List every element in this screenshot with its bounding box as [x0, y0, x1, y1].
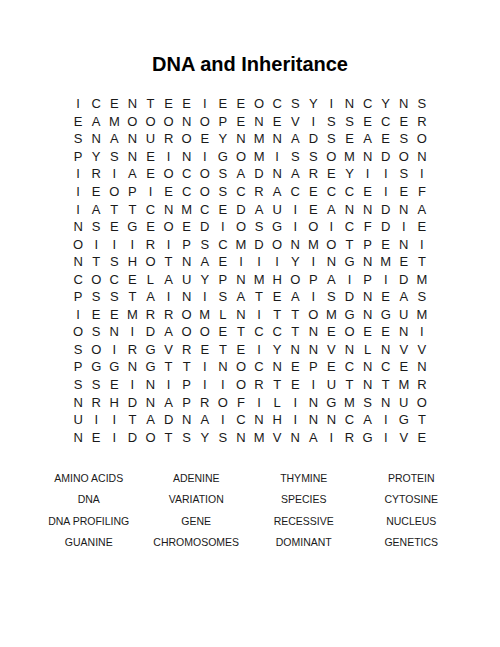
grid-cell-r7c6[interactable]: N	[160, 200, 178, 218]
grid-cell-r9c13[interactable]: N	[286, 235, 304, 253]
grid-cell-r20c16[interactable]: R	[340, 428, 358, 446]
grid-cell-r2c7[interactable]: N	[178, 113, 196, 131]
grid-cell-r20c17[interactable]: G	[359, 428, 377, 446]
grid-cell-r20c14[interactable]: A	[304, 428, 322, 446]
grid-cell-r9c18[interactable]: E	[377, 235, 395, 253]
grid-cell-r4c4[interactable]: N	[123, 148, 141, 166]
grid-cell-r10c16[interactable]: G	[340, 253, 358, 271]
grid-cell-r13c14[interactable]: O	[304, 306, 322, 324]
grid-cell-r14c5[interactable]: D	[141, 323, 159, 341]
grid-cell-r1c7[interactable]: E	[178, 95, 196, 113]
grid-cell-r16c15[interactable]: E	[322, 358, 340, 376]
grid-cell-r16c19[interactable]: E	[395, 358, 413, 376]
grid-cell-r5c11[interactable]: D	[250, 165, 268, 183]
grid-cell-r16c3[interactable]: G	[105, 358, 123, 376]
grid-cell-r20c4[interactable]: D	[123, 428, 141, 446]
grid-cell-r17c5[interactable]: N	[141, 376, 159, 394]
grid-cell-r8c8[interactable]: D	[196, 218, 214, 236]
grid-cell-r16c12[interactable]: N	[268, 358, 286, 376]
grid-cell-r17c15[interactable]: U	[322, 376, 340, 394]
grid-cell-r12c1[interactable]: P	[69, 288, 87, 306]
grid-cell-r3c5[interactable]: U	[141, 130, 159, 148]
grid-cell-r19c18[interactable]: I	[377, 411, 395, 429]
grid-cell-r7c8[interactable]: C	[196, 200, 214, 218]
grid-cell-r13c2[interactable]: E	[87, 306, 105, 324]
grid-cell-r7c10[interactable]: D	[232, 200, 250, 218]
grid-cell-r12c2[interactable]: S	[87, 288, 105, 306]
grid-cell-r13c13[interactable]: T	[286, 306, 304, 324]
grid-cell-r11c8[interactable]: Y	[196, 270, 214, 288]
grid-cell-r2c8[interactable]: O	[196, 113, 214, 131]
grid-cell-r13c19[interactable]: U	[395, 306, 413, 324]
grid-cell-r3c4[interactable]: N	[123, 130, 141, 148]
grid-cell-r14c19[interactable]: N	[395, 323, 413, 341]
grid-cell-r15c19[interactable]: V	[395, 341, 413, 359]
grid-cell-r6c17[interactable]: E	[359, 183, 377, 201]
grid-cell-r7c9[interactable]: E	[214, 200, 232, 218]
grid-cell-r1c3[interactable]: E	[105, 95, 123, 113]
grid-cell-r17c7[interactable]: P	[178, 376, 196, 394]
grid-cell-r2c20[interactable]: R	[413, 113, 431, 131]
grid-cell-r16c11[interactable]: C	[250, 358, 268, 376]
grid-cell-r18c17[interactable]: S	[359, 393, 377, 411]
grid-cell-r15c16[interactable]: N	[340, 341, 358, 359]
grid-cell-r14c12[interactable]: C	[268, 323, 286, 341]
grid-cell-r2c1[interactable]: E	[69, 113, 87, 131]
grid-cell-r3c19[interactable]: S	[395, 130, 413, 148]
grid-cell-r4c14[interactable]: S	[304, 148, 322, 166]
grid-cell-r18c10[interactable]: F	[232, 393, 250, 411]
grid-cell-r9c9[interactable]: C	[214, 235, 232, 253]
grid-cell-r7c18[interactable]: D	[377, 200, 395, 218]
grid-cell-r20c6[interactable]: T	[160, 428, 178, 446]
grid-cell-r17c3[interactable]: E	[105, 376, 123, 394]
grid-cell-r9c7[interactable]: P	[178, 235, 196, 253]
grid-cell-r13c15[interactable]: M	[322, 306, 340, 324]
grid-cell-r20c10[interactable]: N	[232, 428, 250, 446]
grid-cell-r9c6[interactable]: I	[160, 235, 178, 253]
grid-cell-r18c14[interactable]: N	[304, 393, 322, 411]
grid-cell-r11c14[interactable]: P	[304, 270, 322, 288]
grid-cell-r7c11[interactable]: A	[250, 200, 268, 218]
grid-cell-r10c15[interactable]: N	[322, 253, 340, 271]
grid-cell-r14c18[interactable]: E	[377, 323, 395, 341]
grid-cell-r16c20[interactable]: N	[413, 358, 431, 376]
grid-cell-r14c20[interactable]: I	[413, 323, 431, 341]
grid-cell-r7c12[interactable]: U	[268, 200, 286, 218]
grid-cell-r6c3[interactable]: O	[105, 183, 123, 201]
grid-cell-r3c14[interactable]: D	[304, 130, 322, 148]
grid-cell-r18c7[interactable]: P	[178, 393, 196, 411]
grid-cell-r12c7[interactable]: N	[178, 288, 196, 306]
grid-cell-r15c1[interactable]: S	[69, 341, 87, 359]
grid-cell-r4c17[interactable]: N	[359, 148, 377, 166]
grid-cell-r6c6[interactable]: E	[160, 183, 178, 201]
grid-cell-r11c17[interactable]: P	[359, 270, 377, 288]
grid-cell-r2c19[interactable]: E	[395, 113, 413, 131]
grid-cell-r7c2[interactable]: A	[87, 200, 105, 218]
grid-cell-r14c4[interactable]: I	[123, 323, 141, 341]
grid-cell-r18c4[interactable]: D	[123, 393, 141, 411]
grid-cell-r4c11[interactable]: M	[250, 148, 268, 166]
grid-cell-r12c16[interactable]: D	[340, 288, 358, 306]
grid-cell-r14c8[interactable]: O	[196, 323, 214, 341]
grid-cell-r7c15[interactable]: A	[322, 200, 340, 218]
grid-cell-r13c17[interactable]: N	[359, 306, 377, 324]
grid-cell-r19c10[interactable]: C	[232, 411, 250, 429]
grid-cell-r8c5[interactable]: E	[141, 218, 159, 236]
grid-cell-r16c8[interactable]: I	[196, 358, 214, 376]
grid-cell-r10c13[interactable]: Y	[286, 253, 304, 271]
grid-cell-r5c1[interactable]: I	[69, 165, 87, 183]
grid-cell-r9c1[interactable]: O	[69, 235, 87, 253]
grid-cell-r5c6[interactable]: O	[160, 165, 178, 183]
grid-cell-r17c19[interactable]: M	[395, 376, 413, 394]
grid-cell-r14c1[interactable]: O	[69, 323, 87, 341]
grid-cell-r18c12[interactable]: L	[268, 393, 286, 411]
grid-cell-r2c4[interactable]: O	[123, 113, 141, 131]
grid-cell-r1c17[interactable]: C	[359, 95, 377, 113]
grid-cell-r1c16[interactable]: N	[340, 95, 358, 113]
grid-cell-r11c12[interactable]: H	[268, 270, 286, 288]
grid-cell-r6c15[interactable]: C	[322, 183, 340, 201]
grid-cell-r9c19[interactable]: N	[395, 235, 413, 253]
grid-cell-r18c16[interactable]: M	[340, 393, 358, 411]
grid-cell-r10c5[interactable]: O	[141, 253, 159, 271]
grid-cell-r14c3[interactable]: N	[105, 323, 123, 341]
grid-cell-r6c14[interactable]: E	[304, 183, 322, 201]
grid-cell-r15c3[interactable]: I	[105, 341, 123, 359]
grid-cell-r4c8[interactable]: I	[196, 148, 214, 166]
grid-cell-r12c18[interactable]: E	[377, 288, 395, 306]
grid-cell-r4c13[interactable]: S	[286, 148, 304, 166]
grid-cell-r1c20[interactable]: S	[413, 95, 431, 113]
grid-cell-r19c14[interactable]: N	[304, 411, 322, 429]
grid-cell-r9c17[interactable]: P	[359, 235, 377, 253]
grid-cell-r13c6[interactable]: R	[160, 306, 178, 324]
grid-cell-r8c7[interactable]: E	[178, 218, 196, 236]
grid-cell-r19c9[interactable]: I	[214, 411, 232, 429]
grid-cell-r6c20[interactable]: F	[413, 183, 431, 201]
grid-cell-r19c12[interactable]: H	[268, 411, 286, 429]
grid-cell-r14c15[interactable]: E	[322, 323, 340, 341]
grid-cell-r11c4[interactable]: E	[123, 270, 141, 288]
grid-cell-r10c8[interactable]: A	[196, 253, 214, 271]
grid-cell-r12c9[interactable]: S	[214, 288, 232, 306]
grid-cell-r19c5[interactable]: A	[141, 411, 159, 429]
grid-cell-r8c3[interactable]: E	[105, 218, 123, 236]
grid-cell-r3c3[interactable]: A	[105, 130, 123, 148]
grid-cell-r10c11[interactable]: I	[250, 253, 268, 271]
grid-cell-r14c11[interactable]: C	[250, 323, 268, 341]
grid-cell-r20c20[interactable]: E	[413, 428, 431, 446]
grid-cell-r3c17[interactable]: A	[359, 130, 377, 148]
grid-cell-r6c12[interactable]: A	[268, 183, 286, 201]
grid-cell-r17c18[interactable]: T	[377, 376, 395, 394]
grid-cell-r2c9[interactable]: P	[214, 113, 232, 131]
grid-cell-r17c13[interactable]: E	[286, 376, 304, 394]
grid-cell-r5c7[interactable]: C	[178, 165, 196, 183]
grid-cell-r16c4[interactable]: N	[123, 358, 141, 376]
grid-cell-r3c18[interactable]: E	[377, 130, 395, 148]
grid-cell-r5c9[interactable]: S	[214, 165, 232, 183]
grid-cell-r12c14[interactable]: I	[304, 288, 322, 306]
grid-cell-r13c18[interactable]: G	[377, 306, 395, 324]
grid-cell-r19c20[interactable]: T	[413, 411, 431, 429]
grid-cell-r4c19[interactable]: O	[395, 148, 413, 166]
grid-cell-r2c14[interactable]: I	[304, 113, 322, 131]
grid-cell-r10c17[interactable]: N	[359, 253, 377, 271]
grid-cell-r13c5[interactable]: R	[141, 306, 159, 324]
grid-cell-r15c11[interactable]: I	[250, 341, 268, 359]
grid-cell-r8c19[interactable]: I	[395, 218, 413, 236]
grid-cell-r9c5[interactable]: R	[141, 235, 159, 253]
grid-cell-r5c15[interactable]: E	[322, 165, 340, 183]
grid-cell-r13c8[interactable]: M	[196, 306, 214, 324]
grid-cell-r19c6[interactable]: D	[160, 411, 178, 429]
grid-cell-r18c2[interactable]: R	[87, 393, 105, 411]
grid-cell-r8c11[interactable]: S	[250, 218, 268, 236]
grid-cell-r15c2[interactable]: O	[87, 341, 105, 359]
grid-cell-r19c16[interactable]: C	[340, 411, 358, 429]
grid-cell-r6c7[interactable]: C	[178, 183, 196, 201]
grid-cell-r5c17[interactable]: I	[359, 165, 377, 183]
grid-cell-r16c6[interactable]: T	[160, 358, 178, 376]
grid-cell-r2c17[interactable]: E	[359, 113, 377, 131]
grid-cell-r20c3[interactable]: I	[105, 428, 123, 446]
grid-cell-r12c10[interactable]: A	[232, 288, 250, 306]
grid-cell-r14c10[interactable]: T	[232, 323, 250, 341]
grid-cell-r12c13[interactable]: A	[286, 288, 304, 306]
grid-cell-r17c14[interactable]: I	[304, 376, 322, 394]
grid-cell-r12c20[interactable]: S	[413, 288, 431, 306]
grid-cell-r4c1[interactable]: P	[69, 148, 87, 166]
grid-cell-r5c2[interactable]: R	[87, 165, 105, 183]
grid-cell-r12c11[interactable]: T	[250, 288, 268, 306]
grid-cell-r18c3[interactable]: H	[105, 393, 123, 411]
grid-cell-r1c5[interactable]: T	[141, 95, 159, 113]
grid-cell-r13c11[interactable]: I	[250, 306, 268, 324]
grid-cell-r19c7[interactable]: N	[178, 411, 196, 429]
grid-cell-r12c5[interactable]: A	[141, 288, 159, 306]
grid-cell-r16c18[interactable]: C	[377, 358, 395, 376]
grid-cell-r10c3[interactable]: S	[105, 253, 123, 271]
grid-cell-r5c4[interactable]: A	[123, 165, 141, 183]
grid-cell-r18c1[interactable]: N	[69, 393, 87, 411]
grid-cell-r20c19[interactable]: V	[395, 428, 413, 446]
grid-cell-r18c19[interactable]: U	[395, 393, 413, 411]
grid-cell-r19c19[interactable]: G	[395, 411, 413, 429]
grid-cell-r3c10[interactable]: N	[232, 130, 250, 148]
grid-cell-r8c18[interactable]: D	[377, 218, 395, 236]
grid-cell-r19c1[interactable]: U	[69, 411, 87, 429]
grid-cell-r18c18[interactable]: N	[377, 393, 395, 411]
grid-cell-r15c5[interactable]: G	[141, 341, 159, 359]
grid-cell-r4c5[interactable]: E	[141, 148, 159, 166]
grid-cell-r1c9[interactable]: E	[214, 95, 232, 113]
grid-cell-r18c6[interactable]: A	[160, 393, 178, 411]
grid-cell-r19c3[interactable]: I	[105, 411, 123, 429]
grid-cell-r9c4[interactable]: I	[123, 235, 141, 253]
grid-cell-r7c7[interactable]: M	[178, 200, 196, 218]
grid-cell-r10c6[interactable]: T	[160, 253, 178, 271]
grid-cell-r5c13[interactable]: A	[286, 165, 304, 183]
grid-cell-r4c18[interactable]: D	[377, 148, 395, 166]
grid-cell-r8c16[interactable]: C	[340, 218, 358, 236]
grid-cell-r10c18[interactable]: M	[377, 253, 395, 271]
grid-cell-r8c15[interactable]: I	[322, 218, 340, 236]
grid-cell-r5c19[interactable]: S	[395, 165, 413, 183]
grid-cell-r12c12[interactable]: E	[268, 288, 286, 306]
grid-cell-r8c14[interactable]: O	[304, 218, 322, 236]
grid-cell-r1c8[interactable]: I	[196, 95, 214, 113]
grid-cell-r5c14[interactable]: R	[304, 165, 322, 183]
grid-cell-r17c17[interactable]: N	[359, 376, 377, 394]
grid-cell-r1c14[interactable]: Y	[304, 95, 322, 113]
grid-cell-r14c7[interactable]: O	[178, 323, 196, 341]
grid-cell-r3c12[interactable]: N	[268, 130, 286, 148]
grid-cell-r7c3[interactable]: T	[105, 200, 123, 218]
grid-cell-r17c2[interactable]: S	[87, 376, 105, 394]
grid-cell-r11c13[interactable]: O	[286, 270, 304, 288]
grid-cell-r20c9[interactable]: S	[214, 428, 232, 446]
grid-cell-r15c10[interactable]: E	[232, 341, 250, 359]
grid-cell-r20c12[interactable]: V	[268, 428, 286, 446]
grid-cell-r7c17[interactable]: N	[359, 200, 377, 218]
grid-cell-r16c2[interactable]: G	[87, 358, 105, 376]
grid-cell-r15c12[interactable]: Y	[268, 341, 286, 359]
grid-cell-r17c4[interactable]: I	[123, 376, 141, 394]
grid-cell-r4c7[interactable]: N	[178, 148, 196, 166]
grid-cell-r16c10[interactable]: O	[232, 358, 250, 376]
grid-cell-r8c6[interactable]: O	[160, 218, 178, 236]
grid-cell-r2c2[interactable]: A	[87, 113, 105, 131]
grid-cell-r7c20[interactable]: A	[413, 200, 431, 218]
grid-cell-r14c2[interactable]: S	[87, 323, 105, 341]
grid-cell-r3c6[interactable]: R	[160, 130, 178, 148]
grid-cell-r15c7[interactable]: R	[178, 341, 196, 359]
grid-cell-r18c8[interactable]: R	[196, 393, 214, 411]
grid-cell-r2c11[interactable]: N	[250, 113, 268, 131]
grid-cell-r4c2[interactable]: Y	[87, 148, 105, 166]
grid-cell-r11c1[interactable]: C	[69, 270, 87, 288]
grid-cell-r12c3[interactable]: S	[105, 288, 123, 306]
grid-cell-r9c8[interactable]: S	[196, 235, 214, 253]
grid-cell-r5c16[interactable]: Y	[340, 165, 358, 183]
grid-cell-r1c15[interactable]: I	[322, 95, 340, 113]
grid-cell-r6c2[interactable]: E	[87, 183, 105, 201]
grid-cell-r6c16[interactable]: C	[340, 183, 358, 201]
grid-cell-r12c4[interactable]: T	[123, 288, 141, 306]
grid-cell-r15c20[interactable]: V	[413, 341, 431, 359]
grid-cell-r15c17[interactable]: L	[359, 341, 377, 359]
grid-cell-r7c4[interactable]: T	[123, 200, 141, 218]
grid-cell-r8c13[interactable]: I	[286, 218, 304, 236]
grid-cell-r10c4[interactable]: H	[123, 253, 141, 271]
grid-cell-r12c17[interactable]: N	[359, 288, 377, 306]
grid-cell-r16c5[interactable]: G	[141, 358, 159, 376]
grid-cell-r3c8[interactable]: E	[196, 130, 214, 148]
grid-cell-r14c13[interactable]: T	[286, 323, 304, 341]
grid-cell-r10c20[interactable]: T	[413, 253, 431, 271]
grid-cell-r1c2[interactable]: C	[87, 95, 105, 113]
grid-cell-r10c7[interactable]: N	[178, 253, 196, 271]
grid-cell-r19c11[interactable]: N	[250, 411, 268, 429]
grid-cell-r9c14[interactable]: M	[304, 235, 322, 253]
grid-cell-r5c18[interactable]: I	[377, 165, 395, 183]
grid-cell-r2c10[interactable]: E	[232, 113, 250, 131]
grid-cell-r6c10[interactable]: C	[232, 183, 250, 201]
grid-cell-r16c14[interactable]: P	[304, 358, 322, 376]
grid-cell-r11c9[interactable]: P	[214, 270, 232, 288]
grid-cell-r20c5[interactable]: O	[141, 428, 159, 446]
grid-cell-r6c13[interactable]: C	[286, 183, 304, 201]
grid-cell-r13c7[interactable]: O	[178, 306, 196, 324]
grid-cell-r19c2[interactable]: I	[87, 411, 105, 429]
grid-cell-r16c9[interactable]: N	[214, 358, 232, 376]
grid-cell-r4c20[interactable]: N	[413, 148, 431, 166]
grid-cell-r14c16[interactable]: O	[340, 323, 358, 341]
grid-cell-r20c8[interactable]: Y	[196, 428, 214, 446]
grid-cell-r4c12[interactable]: I	[268, 148, 286, 166]
grid-cell-r4c9[interactable]: G	[214, 148, 232, 166]
grid-cell-r14c14[interactable]: N	[304, 323, 322, 341]
grid-cell-r8c10[interactable]: O	[232, 218, 250, 236]
grid-cell-r16c1[interactable]: P	[69, 358, 87, 376]
grid-cell-r7c19[interactable]: N	[395, 200, 413, 218]
grid-cell-r13c3[interactable]: E	[105, 306, 123, 324]
grid-cell-r18c9[interactable]: O	[214, 393, 232, 411]
grid-cell-r7c14[interactable]: E	[304, 200, 322, 218]
grid-cell-r1c18[interactable]: Y	[377, 95, 395, 113]
grid-cell-r17c20[interactable]: R	[413, 376, 431, 394]
grid-cell-r9c20[interactable]: I	[413, 235, 431, 253]
grid-cell-r6c9[interactable]: S	[214, 183, 232, 201]
grid-cell-r13c4[interactable]: M	[123, 306, 141, 324]
grid-cell-r10c2[interactable]: T	[87, 253, 105, 271]
grid-cell-r4c10[interactable]: O	[232, 148, 250, 166]
grid-cell-r8c17[interactable]: F	[359, 218, 377, 236]
grid-cell-r10c19[interactable]: E	[395, 253, 413, 271]
grid-cell-r5c10[interactable]: A	[232, 165, 250, 183]
grid-cell-r1c13[interactable]: S	[286, 95, 304, 113]
grid-cell-r19c13[interactable]: I	[286, 411, 304, 429]
grid-cell-r11c16[interactable]: I	[340, 270, 358, 288]
grid-cell-r15c18[interactable]: N	[377, 341, 395, 359]
grid-cell-r8c4[interactable]: G	[123, 218, 141, 236]
grid-cell-r2c15[interactable]: S	[322, 113, 340, 131]
grid-cell-r3c20[interactable]: O	[413, 130, 431, 148]
grid-cell-r10c14[interactable]: I	[304, 253, 322, 271]
grid-cell-r2c5[interactable]: O	[141, 113, 159, 131]
grid-cell-r11c19[interactable]: D	[395, 270, 413, 288]
grid-cell-r19c8[interactable]: A	[196, 411, 214, 429]
grid-cell-r13c16[interactable]: G	[340, 306, 358, 324]
grid-cell-r13c9[interactable]: L	[214, 306, 232, 324]
grid-cell-r9c11[interactable]: D	[250, 235, 268, 253]
grid-cell-r5c8[interactable]: O	[196, 165, 214, 183]
grid-cell-r16c13[interactable]: E	[286, 358, 304, 376]
grid-cell-r1c1[interactable]: I	[69, 95, 87, 113]
grid-cell-r20c15[interactable]: I	[322, 428, 340, 446]
grid-cell-r8c20[interactable]: E	[413, 218, 431, 236]
grid-cell-r8c9[interactable]: I	[214, 218, 232, 236]
grid-cell-r17c6[interactable]: I	[160, 376, 178, 394]
grid-cell-r4c3[interactable]: S	[105, 148, 123, 166]
grid-cell-r2c18[interactable]: C	[377, 113, 395, 131]
grid-cell-r6c11[interactable]: R	[250, 183, 268, 201]
grid-cell-r2c3[interactable]: M	[105, 113, 123, 131]
